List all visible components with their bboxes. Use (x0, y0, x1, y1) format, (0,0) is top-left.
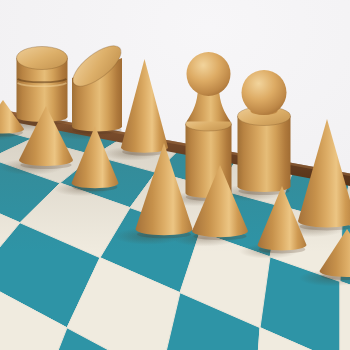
piece-white-pawn-g2[interactable] (299, 229, 350, 286)
product-photo-scene (0, 0, 350, 350)
pieces-layer (0, 0, 350, 350)
